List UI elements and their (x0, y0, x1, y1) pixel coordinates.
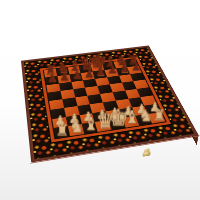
piece-white-bishop: ♝ (83, 117, 99, 133)
square (60, 89, 75, 99)
square: ♟ (81, 71, 95, 80)
piece-black-pawn: ♟ (72, 70, 82, 81)
clasp-tongue (142, 151, 150, 157)
square (95, 77, 110, 86)
piece-black-pawn: ♟ (131, 63, 141, 73)
square: ♟ (57, 74, 71, 83)
clasp-icon (142, 148, 150, 157)
square: ♟ (45, 76, 59, 85)
square (137, 87, 153, 97)
square: ♟ (93, 70, 107, 79)
piece-black-pawn: ♟ (60, 72, 70, 83)
square (75, 96, 90, 106)
product-photo-chess-set[interactable]: ♜♞♝♛♚♝♞♜♟♟♟♟♟♟♟♟♟♟♟♟♟♟♟♟♜♞♝♛♚♝♞♜ (0, 0, 200, 200)
piece-black-pawn: ♟ (84, 69, 94, 80)
piece-white-rook: ♜ (152, 109, 166, 123)
piece-black-pawn: ♟ (47, 73, 57, 84)
square: ♟ (116, 67, 130, 75)
square: ♜ (54, 126, 70, 138)
scene: ♜♞♝♛♚♝♞♜♟♟♟♟♟♟♟♟♟♟♟♟♟♟♟♟♜♞♝♛♚♝♞♜ (0, 0, 200, 200)
piece-black-pawn: ♟ (119, 64, 129, 74)
board-grid: ♜♞♝♛♚♝♞♜♟♟♟♟♟♟♟♟♟♟♟♟♟♟♟♟♜♞♝♛♚♝♞♜ (44, 59, 166, 138)
square: ♟ (69, 73, 83, 82)
piece-black-pawn: ♟ (96, 67, 106, 77)
square (97, 84, 112, 94)
chess-board: ♜♞♝♛♚♝♞♜♟♟♟♟♟♟♟♟♟♟♟♟♟♟♟♟♜♞♝♛♚♝♞♜ (21, 45, 199, 162)
piece-white-knight: ♞ (69, 120, 84, 136)
piece-white-knight: ♞ (138, 110, 153, 125)
piece-black-pawn: ♟ (108, 66, 118, 76)
piece-white-rook: ♜ (56, 123, 70, 138)
square (85, 86, 100, 96)
square (46, 83, 60, 92)
square: ♞ (68, 124, 84, 136)
grid-frame: ♜♞♝♛♚♝♞♜♟♟♟♟♟♟♟♟♟♟♟♟♟♟♟♟♜♞♝♛♚♝♞♜ (40, 57, 171, 143)
